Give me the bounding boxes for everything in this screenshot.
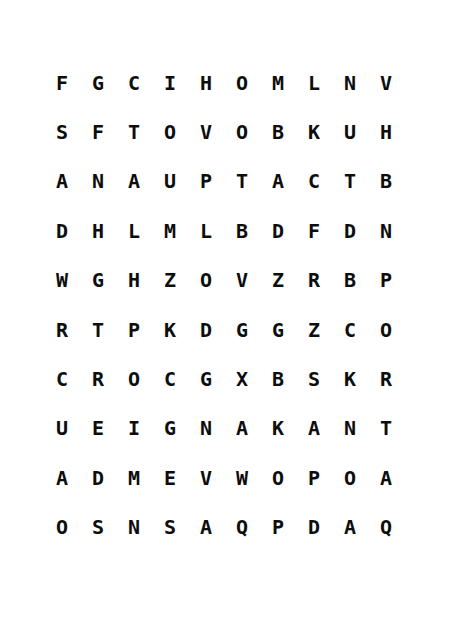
grid-cell-r10c6[interactable]: Q (224, 503, 260, 552)
grid-cell-r2c8[interactable]: K (296, 107, 332, 156)
grid-cell-r4c10[interactable]: N (368, 206, 404, 255)
grid-cell-r1c8[interactable]: L (296, 58, 332, 107)
grid-cell-r6c10[interactable]: O (368, 305, 404, 354)
grid-cell-r6c7[interactable]: G (260, 305, 296, 354)
grid-cell-r7c4[interactable]: C (152, 354, 188, 403)
grid-cell-r2c7[interactable]: B (260, 107, 296, 156)
grid-cell-r2c3[interactable]: T (116, 107, 152, 156)
grid-cell-r9c2[interactable]: D (80, 453, 116, 502)
word-search-grid: FGCIHOMLNVSFTOVOBKUHANAUPTACTBDHLMLBDFDN… (44, 58, 404, 552)
grid-cell-r10c9[interactable]: A (332, 503, 368, 552)
grid-cell-r6c5[interactable]: D (188, 305, 224, 354)
grid-cell-r2c5[interactable]: V (188, 107, 224, 156)
grid-cell-r4c4[interactable]: M (152, 206, 188, 255)
grid-cell-r7c2[interactable]: R (80, 354, 116, 403)
grid-cell-r5c4[interactable]: Z (152, 256, 188, 305)
grid-cell-r10c10[interactable]: Q (368, 503, 404, 552)
grid-cell-r5c1[interactable]: W (44, 256, 80, 305)
grid-cell-r4c8[interactable]: F (296, 206, 332, 255)
grid-cell-r4c7[interactable]: D (260, 206, 296, 255)
grid-cell-r8c10[interactable]: T (368, 404, 404, 453)
grid-cell-r4c2[interactable]: H (80, 206, 116, 255)
grid-cell-r1c9[interactable]: N (332, 58, 368, 107)
grid-cell-r3c8[interactable]: C (296, 157, 332, 206)
grid-cell-r4c9[interactable]: D (332, 206, 368, 255)
grid-cell-r1c1[interactable]: F (44, 58, 80, 107)
grid-cell-r3c4[interactable]: U (152, 157, 188, 206)
grid-cell-r10c1[interactable]: O (44, 503, 80, 552)
grid-cell-r10c8[interactable]: D (296, 503, 332, 552)
grid-cell-r7c3[interactable]: O (116, 354, 152, 403)
grid-cell-r3c1[interactable]: A (44, 157, 80, 206)
grid-cell-r6c4[interactable]: K (152, 305, 188, 354)
grid-cell-r8c6[interactable]: A (224, 404, 260, 453)
grid-cell-r6c6[interactable]: G (224, 305, 260, 354)
grid-cell-r5c5[interactable]: O (188, 256, 224, 305)
grid-cell-r9c4[interactable]: E (152, 453, 188, 502)
grid-cell-r5c8[interactable]: R (296, 256, 332, 305)
grid-cell-r6c9[interactable]: C (332, 305, 368, 354)
grid-cell-r3c6[interactable]: T (224, 157, 260, 206)
grid-cell-r5c7[interactable]: Z (260, 256, 296, 305)
grid-cell-r3c9[interactable]: T (332, 157, 368, 206)
grid-cell-r1c4[interactable]: I (152, 58, 188, 107)
grid-cell-r3c2[interactable]: N (80, 157, 116, 206)
grid-cell-r7c7[interactable]: B (260, 354, 296, 403)
grid-cell-r3c7[interactable]: A (260, 157, 296, 206)
grid-cell-r1c2[interactable]: G (80, 58, 116, 107)
grid-cell-r10c2[interactable]: S (80, 503, 116, 552)
grid-cell-r7c5[interactable]: G (188, 354, 224, 403)
grid-cell-r8c2[interactable]: E (80, 404, 116, 453)
grid-cell-r10c4[interactable]: S (152, 503, 188, 552)
grid-cell-r5c6[interactable]: V (224, 256, 260, 305)
word-search-page: FGCIHOMLNVSFTOVOBKUHANAUPTACTBDHLMLBDFDN… (0, 0, 474, 632)
grid-cell-r4c6[interactable]: B (224, 206, 260, 255)
grid-cell-r5c10[interactable]: P (368, 256, 404, 305)
grid-cell-r8c7[interactable]: K (260, 404, 296, 453)
grid-cell-r10c5[interactable]: A (188, 503, 224, 552)
grid-cell-r9c9[interactable]: O (332, 453, 368, 502)
grid-cell-r2c10[interactable]: H (368, 107, 404, 156)
grid-cell-r3c3[interactable]: A (116, 157, 152, 206)
grid-cell-r1c3[interactable]: C (116, 58, 152, 107)
grid-cell-r7c6[interactable]: X (224, 354, 260, 403)
grid-cell-r4c1[interactable]: D (44, 206, 80, 255)
grid-cell-r5c2[interactable]: G (80, 256, 116, 305)
grid-cell-r2c1[interactable]: S (44, 107, 80, 156)
grid-cell-r6c8[interactable]: Z (296, 305, 332, 354)
grid-cell-r8c1[interactable]: U (44, 404, 80, 453)
grid-cell-r8c3[interactable]: I (116, 404, 152, 453)
grid-cell-r4c3[interactable]: L (116, 206, 152, 255)
grid-cell-r9c3[interactable]: M (116, 453, 152, 502)
grid-cell-r3c5[interactable]: P (188, 157, 224, 206)
grid-cell-r8c9[interactable]: N (332, 404, 368, 453)
grid-cell-r9c6[interactable]: W (224, 453, 260, 502)
grid-cell-r9c7[interactable]: O (260, 453, 296, 502)
grid-cell-r7c10[interactable]: R (368, 354, 404, 403)
grid-cell-r5c3[interactable]: H (116, 256, 152, 305)
grid-cell-r10c7[interactable]: P (260, 503, 296, 552)
grid-cell-r8c4[interactable]: G (152, 404, 188, 453)
grid-cell-r9c5[interactable]: V (188, 453, 224, 502)
grid-cell-r7c8[interactable]: S (296, 354, 332, 403)
grid-cell-r3c10[interactable]: B (368, 157, 404, 206)
grid-cell-r8c8[interactable]: A (296, 404, 332, 453)
grid-cell-r2c9[interactable]: U (332, 107, 368, 156)
grid-cell-r9c1[interactable]: A (44, 453, 80, 502)
grid-cell-r8c5[interactable]: N (188, 404, 224, 453)
grid-cell-r7c1[interactable]: C (44, 354, 80, 403)
grid-cell-r9c10[interactable]: A (368, 453, 404, 502)
grid-cell-r4c5[interactable]: L (188, 206, 224, 255)
grid-cell-r2c2[interactable]: F (80, 107, 116, 156)
grid-cell-r1c5[interactable]: H (188, 58, 224, 107)
grid-cell-r2c6[interactable]: O (224, 107, 260, 156)
grid-cell-r5c9[interactable]: B (332, 256, 368, 305)
grid-cell-r6c1[interactable]: R (44, 305, 80, 354)
grid-cell-r10c3[interactable]: N (116, 503, 152, 552)
grid-cell-r6c2[interactable]: T (80, 305, 116, 354)
grid-cell-r9c8[interactable]: P (296, 453, 332, 502)
grid-cell-r1c10[interactable]: V (368, 58, 404, 107)
grid-cell-r1c7[interactable]: M (260, 58, 296, 107)
grid-cell-r2c4[interactable]: O (152, 107, 188, 156)
grid-cell-r7c9[interactable]: K (332, 354, 368, 403)
grid-cell-r1c6[interactable]: O (224, 58, 260, 107)
grid-cell-r6c3[interactable]: P (116, 305, 152, 354)
